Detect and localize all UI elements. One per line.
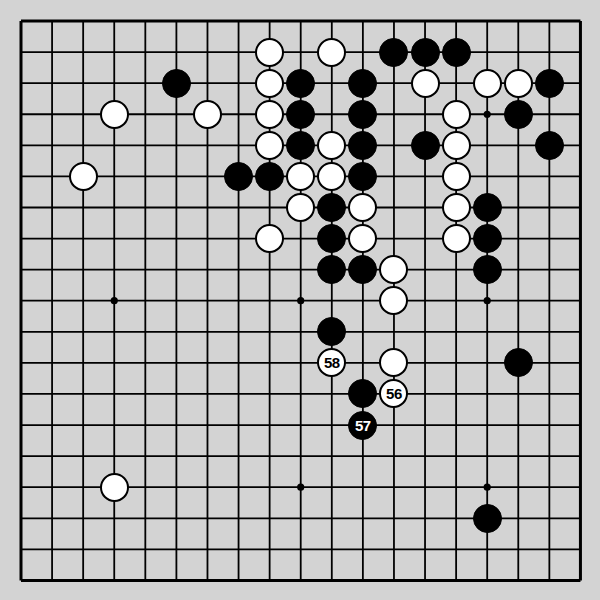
stone-black: [473, 504, 502, 533]
stone-white: [286, 193, 315, 222]
stone-white: [442, 224, 471, 253]
stone-white: [317, 162, 346, 191]
stone-black: [286, 69, 315, 98]
stone-black: [379, 38, 408, 67]
stone-black: [473, 255, 502, 284]
stone-white: [255, 131, 284, 160]
stone-white: [348, 193, 377, 222]
stone-black: [286, 100, 315, 129]
stone-black: [317, 224, 346, 253]
stone-white: [317, 131, 346, 160]
stone-black: [411, 131, 440, 160]
stone-black: [348, 69, 377, 98]
stone-black: [348, 131, 377, 160]
stone-black: [162, 69, 191, 98]
stone-white: [379, 286, 408, 315]
stone-white: [255, 100, 284, 129]
stone-white: [317, 38, 346, 67]
stone-black: [504, 100, 533, 129]
stone-black: [224, 162, 253, 191]
stone-white: [442, 131, 471, 160]
stone-black: [317, 317, 346, 346]
stone-white: [255, 69, 284, 98]
stone-black: [535, 131, 564, 160]
stone-black: [317, 255, 346, 284]
stone-white-numbered: 56: [379, 379, 408, 408]
stone-black: [504, 348, 533, 377]
stone-black-numbered: 57: [348, 411, 377, 440]
stone-black: [348, 100, 377, 129]
stone-black: [442, 38, 471, 67]
stone-white: [442, 100, 471, 129]
stone-black: [348, 379, 377, 408]
stone-black: [535, 69, 564, 98]
stone-black: [473, 193, 502, 222]
stone-black: [411, 38, 440, 67]
stones-layer: 585657: [5, 5, 595, 595]
stone-white: [255, 224, 284, 253]
stone-black: [255, 162, 284, 191]
stone-white: [193, 100, 222, 129]
stone-white: [348, 224, 377, 253]
stone-white: [379, 348, 408, 377]
stone-white: [69, 162, 98, 191]
stone-black: [317, 193, 346, 222]
stone-white-numbered: 58: [317, 348, 346, 377]
stone-white: [100, 100, 129, 129]
stone-black: [348, 162, 377, 191]
stone-white: [442, 193, 471, 222]
stone-white: [379, 255, 408, 284]
stone-black: [286, 131, 315, 160]
stone-white: [411, 69, 440, 98]
stone-black: [473, 224, 502, 253]
go-board: 585657: [0, 0, 600, 600]
stone-white: [442, 162, 471, 191]
stone-white: [504, 69, 533, 98]
stone-white: [255, 38, 284, 67]
stone-white: [286, 162, 315, 191]
stone-white: [473, 69, 502, 98]
stone-white: [100, 473, 129, 502]
stone-black: [348, 255, 377, 284]
